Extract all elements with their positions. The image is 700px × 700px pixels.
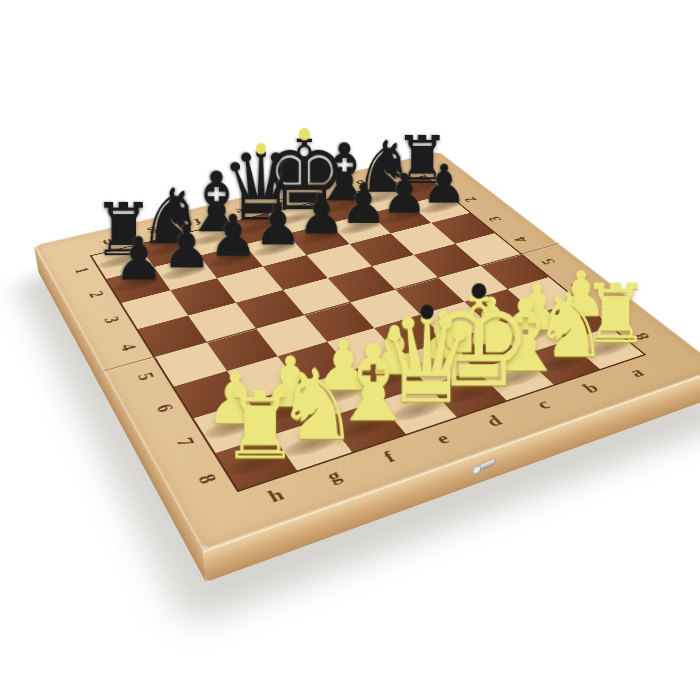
chessboard-box: 12345678 12345678 hgfedcba hgfedcba ♜♞♝♛… [34,152,700,551]
yellow-rook-glyph: ♜ [172,379,348,472]
product-photo-scene: 12345678 12345678 hgfedcba hgfedcba ♜♞♝♛… [0,0,700,700]
clasp-hook-icon [478,458,495,471]
